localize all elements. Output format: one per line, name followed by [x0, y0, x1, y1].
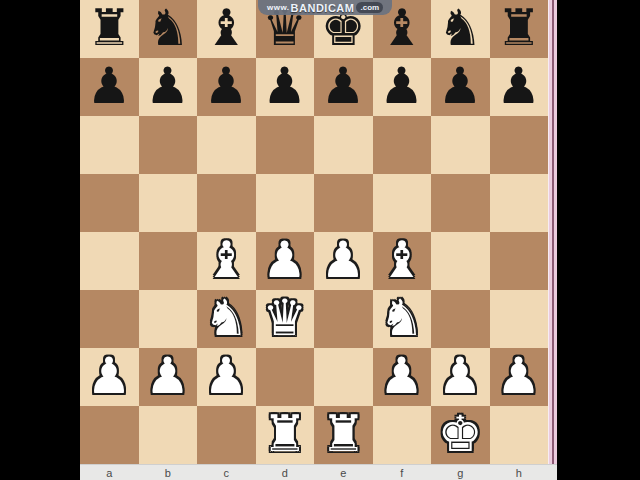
square-f6[interactable]	[373, 116, 432, 174]
square-b2[interactable]: ♟	[139, 348, 198, 406]
piece-white-rook[interactable]: ♜	[321, 409, 366, 459]
file-label-d: d	[256, 465, 315, 480]
piece-white-pawn[interactable]: ♟	[438, 351, 483, 401]
piece-black-knight[interactable]: ♞	[438, 3, 483, 53]
piece-black-pawn[interactable]: ♟	[87, 61, 132, 111]
file-label-a: a	[80, 465, 139, 480]
square-a4[interactable]	[80, 232, 139, 290]
square-e1[interactable]: ♜	[314, 406, 373, 464]
square-f7[interactable]: ♟	[373, 58, 432, 116]
square-c5[interactable]	[197, 174, 256, 232]
square-b8[interactable]: ♞	[139, 0, 198, 58]
piece-white-rook[interactable]: ♜	[262, 409, 307, 459]
bandicam-watermark: www. BANDICAM .com	[258, 0, 392, 15]
piece-white-pawn[interactable]: ♟	[204, 351, 249, 401]
square-g8[interactable]: ♞	[431, 0, 490, 58]
piece-black-pawn[interactable]: ♟	[496, 61, 541, 111]
square-b1[interactable]	[139, 406, 198, 464]
file-label-b: b	[139, 465, 198, 480]
file-label-g: g	[431, 465, 490, 480]
square-a2[interactable]: ♟	[80, 348, 139, 406]
square-c8[interactable]: ♝	[197, 0, 256, 58]
file-label-h: h	[490, 465, 549, 480]
square-h3[interactable]	[490, 290, 549, 348]
square-c6[interactable]	[197, 116, 256, 174]
square-b3[interactable]	[139, 290, 198, 348]
square-h2[interactable]: ♟	[490, 348, 549, 406]
square-h1[interactable]	[490, 406, 549, 464]
chess-board: ♜♞♝♛♚♝♞♜♟♟♟♟♟♟♟♟♝♟♟♝♞♛♞♟♟♟♟♟♟♜♜♚	[80, 0, 548, 464]
square-g3[interactable]	[431, 290, 490, 348]
square-e2[interactable]	[314, 348, 373, 406]
piece-black-knight[interactable]: ♞	[145, 3, 190, 53]
piece-white-knight[interactable]: ♞	[379, 293, 424, 343]
square-d3[interactable]: ♛	[256, 290, 315, 348]
square-e6[interactable]	[314, 116, 373, 174]
square-e5[interactable]	[314, 174, 373, 232]
piece-black-pawn[interactable]: ♟	[379, 61, 424, 111]
piece-white-knight[interactable]: ♞	[204, 293, 249, 343]
piece-white-pawn[interactable]: ♟	[496, 351, 541, 401]
vertical-scrollbar[interactable]	[548, 0, 557, 464]
piece-black-bishop[interactable]: ♝	[204, 3, 249, 53]
square-b4[interactable]	[139, 232, 198, 290]
watermark-suffix: .com	[356, 2, 383, 13]
piece-black-rook[interactable]: ♜	[496, 3, 541, 53]
square-f2[interactable]: ♟	[373, 348, 432, 406]
piece-white-pawn[interactable]: ♟	[87, 351, 132, 401]
square-a8[interactable]: ♜	[80, 0, 139, 58]
square-f1[interactable]	[373, 406, 432, 464]
square-c1[interactable]	[197, 406, 256, 464]
letterbox-left	[0, 0, 80, 480]
watermark-prefix: www.	[267, 3, 290, 12]
square-c7[interactable]: ♟	[197, 58, 256, 116]
piece-black-pawn[interactable]: ♟	[438, 61, 483, 111]
square-d4[interactable]: ♟	[256, 232, 315, 290]
file-labels: abcdefgh	[80, 465, 548, 480]
file-labels-bar: abcdefgh	[80, 464, 557, 480]
square-e3[interactable]	[314, 290, 373, 348]
square-b7[interactable]: ♟	[139, 58, 198, 116]
square-g4[interactable]	[431, 232, 490, 290]
square-h5[interactable]	[490, 174, 549, 232]
piece-white-pawn[interactable]: ♟	[321, 235, 366, 285]
square-a7[interactable]: ♟	[80, 58, 139, 116]
watermark-name: BANDICAM	[291, 2, 355, 14]
square-d5[interactable]	[256, 174, 315, 232]
piece-white-pawn[interactable]: ♟	[379, 351, 424, 401]
piece-white-king[interactable]: ♚	[438, 409, 483, 459]
piece-black-pawn[interactable]: ♟	[321, 61, 366, 111]
piece-black-pawn[interactable]: ♟	[145, 61, 190, 111]
square-d2[interactable]	[256, 348, 315, 406]
square-f4[interactable]: ♝	[373, 232, 432, 290]
file-label-c: c	[197, 465, 256, 480]
file-label-e: e	[314, 465, 373, 480]
piece-white-pawn[interactable]: ♟	[262, 235, 307, 285]
letterbox-right	[557, 0, 640, 480]
piece-black-rook[interactable]: ♜	[87, 3, 132, 53]
square-d7[interactable]: ♟	[256, 58, 315, 116]
piece-white-bishop[interactable]: ♝	[204, 235, 249, 285]
square-g7[interactable]: ♟	[431, 58, 490, 116]
square-g1[interactable]: ♚	[431, 406, 490, 464]
square-a6[interactable]	[80, 116, 139, 174]
square-a3[interactable]	[80, 290, 139, 348]
square-e4[interactable]: ♟	[314, 232, 373, 290]
square-h4[interactable]	[490, 232, 549, 290]
square-h8[interactable]: ♜	[490, 0, 549, 58]
file-label-f: f	[373, 465, 432, 480]
square-b6[interactable]	[139, 116, 198, 174]
square-b5[interactable]	[139, 174, 198, 232]
square-h6[interactable]	[490, 116, 549, 174]
square-c3[interactable]: ♞	[197, 290, 256, 348]
square-g2[interactable]: ♟	[431, 348, 490, 406]
piece-white-pawn[interactable]: ♟	[145, 351, 190, 401]
square-g5[interactable]	[431, 174, 490, 232]
piece-white-bishop[interactable]: ♝	[379, 235, 424, 285]
square-a5[interactable]	[80, 174, 139, 232]
square-f5[interactable]	[373, 174, 432, 232]
square-e7[interactable]: ♟	[314, 58, 373, 116]
piece-black-pawn[interactable]: ♟	[204, 61, 249, 111]
piece-black-pawn[interactable]: ♟	[262, 61, 307, 111]
square-f3[interactable]: ♞	[373, 290, 432, 348]
square-g6[interactable]	[431, 116, 490, 174]
piece-white-queen[interactable]: ♛	[262, 293, 307, 343]
square-c2[interactable]: ♟	[197, 348, 256, 406]
scrollbar-thumb-line	[552, 0, 554, 464]
square-d1[interactable]: ♜	[256, 406, 315, 464]
square-a1[interactable]	[80, 406, 139, 464]
square-d6[interactable]	[256, 116, 315, 174]
square-c4[interactable]: ♝	[197, 232, 256, 290]
square-h7[interactable]: ♟	[490, 58, 549, 116]
